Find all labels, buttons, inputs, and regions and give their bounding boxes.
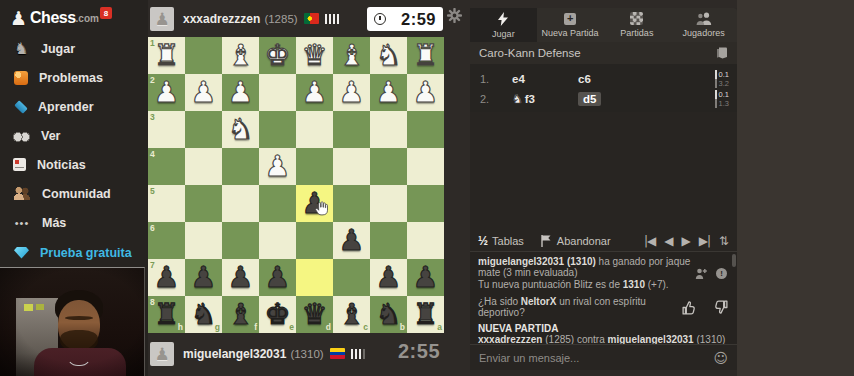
chat-area: miguelangel32031 (1310) ha ganado por ja…: [470, 251, 737, 344]
newspaper-icon: [13, 158, 26, 171]
logo-suffix: .com: [76, 13, 99, 24]
square-d7[interactable]: [296, 259, 333, 296]
black-pawn[interactable]: ♟: [265, 263, 291, 292]
file-label: f: [254, 322, 257, 332]
chat-bold: miguelangel32031: [608, 334, 694, 344]
white-rook[interactable]: ♜: [413, 41, 439, 70]
game-panel: Jugar + Nueva Partida Partidas Jugadores…: [470, 8, 737, 370]
board-grid-icon: [630, 12, 643, 25]
sidebar-item-prueba-gratuita[interactable]: Prueba gratuita: [0, 238, 148, 267]
move-white-nf3[interactable]: ♞ f3: [512, 92, 578, 106]
square-a7[interactable]: ♟: [407, 259, 444, 296]
chat-scrollbar[interactable]: [732, 254, 736, 267]
chat-message-rating: Tu nueva puntuación Blitz es de 1310 (+7…: [478, 279, 729, 290]
opponent-clock: 2:59: [367, 7, 443, 31]
square-c2[interactable]: ♟: [333, 74, 370, 111]
square-h8[interactable]: 8h♜: [148, 296, 185, 333]
white-pawn[interactable]: ♟: [265, 152, 291, 181]
connection-bars-icon: [325, 14, 340, 24]
black-king[interactable]: ♚: [265, 300, 291, 329]
logo-text: Chess: [30, 9, 76, 27]
sidebar-item-noticias[interactable]: Noticias: [0, 150, 148, 179]
flip-board-icon[interactable]: ⇅: [719, 234, 729, 248]
move-navigation: |◀ ◀ ▶ ▶| ⇅: [644, 234, 729, 248]
square-g2[interactable]: ♟: [185, 74, 222, 111]
black-bishop[interactable]: ♝: [339, 300, 365, 329]
message-input[interactable]: Enviar un mensaje...: [479, 352, 713, 364]
resign-button[interactable]: Abandonar: [540, 234, 611, 247]
current-move: d5: [578, 92, 601, 106]
square-c8[interactable]: c♝: [333, 296, 370, 333]
player-name[interactable]: miguelangel32031: [183, 347, 286, 361]
panel-tabs: Jugar + Nueva Partida Partidas Jugadores: [470, 8, 737, 42]
square-h1[interactable]: 1♜: [148, 37, 185, 74]
square-f4[interactable]: [222, 148, 259, 185]
square-a8[interactable]: a♜: [407, 296, 444, 333]
square-f5[interactable]: [222, 185, 259, 222]
add-friend-icon[interactable]: [695, 268, 707, 279]
player-bar: ♟ miguelangel32031 (1310) 2:55: [148, 340, 443, 367]
square-e4[interactable]: ♟: [259, 148, 296, 185]
opponent-rating: (1285): [264, 13, 297, 25]
file-label: e: [289, 322, 294, 332]
black-knight[interactable]: ♞: [376, 300, 402, 329]
white-knight[interactable]: ♞: [228, 115, 254, 144]
square-b1[interactable]: ♞: [370, 37, 407, 74]
file-label: g: [215, 322, 220, 332]
draw-button[interactable]: ½ Tablas: [478, 234, 524, 248]
square-a1[interactable]: ♜: [407, 37, 444, 74]
black-move-time: 1.3: [715, 99, 729, 108]
move-row-1: 1. e4 c6 0.1 3.2: [470, 69, 737, 89]
file-label: a: [437, 322, 442, 332]
square-c6[interactable]: ♟: [333, 222, 370, 259]
chat-input-bar: Enviar un mensaje... ☺: [470, 344, 737, 370]
chat-message-game-over: miguelangel32031 (1310) ha ganado por ja…: [478, 256, 700, 278]
square-b3[interactable]: [370, 111, 407, 148]
move-row-2: 2. ♞ f3 d5 0.1 1.3: [470, 89, 737, 109]
move-number: 1.: [480, 73, 512, 85]
move-black-d5[interactable]: d5: [578, 92, 644, 106]
white-pawn[interactable]: ♟: [376, 78, 402, 107]
square-a3[interactable]: [407, 111, 444, 148]
go-start-icon[interactable]: |◀: [644, 234, 655, 248]
chat-text: (1285) contra: [542, 334, 607, 344]
sidebar-item-label: Prueba gratuita: [40, 246, 132, 260]
black-queen[interactable]: ♛: [302, 300, 328, 329]
step-forward-icon[interactable]: ▶: [681, 234, 689, 248]
people-icon: [13, 187, 31, 200]
square-h3[interactable]: 3: [148, 111, 185, 148]
square-g7[interactable]: ♟: [185, 259, 222, 296]
sidebar-item-aprender[interactable]: Aprender: [0, 92, 148, 121]
square-g5[interactable]: [185, 185, 222, 222]
sportsmanship-question: ¿Ha sido NeltorX un rival con espíritu d…: [478, 296, 729, 318]
resign-label: Abandonar: [557, 235, 611, 247]
square-e5[interactable]: [259, 185, 296, 222]
half-point-icon: ½: [478, 234, 488, 248]
clock-icon: [374, 13, 386, 25]
square-f8[interactable]: f♝: [222, 296, 259, 333]
thumb-down-icon[interactable]: [713, 300, 729, 315]
square-g6[interactable]: [185, 222, 222, 259]
sidebar-item-label: Más: [42, 216, 66, 230]
square-a2[interactable]: ♟: [407, 74, 444, 111]
white-queen[interactable]: ♛: [302, 41, 328, 70]
white-move-time: 0.1: [715, 70, 729, 79]
game-controls: ½ Tablas Abandonar |◀ ◀ ▶ ▶| ⇅: [470, 230, 737, 251]
black-rook[interactable]: ♜: [154, 300, 180, 329]
square-a5[interactable]: [407, 185, 444, 222]
white-knight[interactable]: ♞: [376, 41, 402, 70]
black-pawn[interactable]: ♟: [302, 189, 328, 218]
chat-bold: 1310: [623, 279, 645, 290]
square-d6[interactable]: [296, 222, 333, 259]
rank-label: 5: [150, 186, 155, 196]
chat-message-icons: !: [695, 268, 727, 279]
player-rating: (1310): [290, 348, 323, 360]
page-background: [737, 0, 854, 376]
white-bishop[interactable]: ♝: [228, 41, 254, 70]
black-pawn[interactable]: ♟: [154, 263, 180, 292]
square-b6[interactable]: [370, 222, 407, 259]
square-h2[interactable]: 2♟: [148, 74, 185, 111]
player-avatar[interactable]: ♟: [150, 342, 174, 366]
square-c5[interactable]: [333, 185, 370, 222]
tab-nueva-partida[interactable]: + Nueva Partida: [537, 8, 604, 42]
rank-label: 6: [150, 223, 155, 233]
square-g8[interactable]: g♞: [185, 296, 222, 333]
emoji-icon[interactable]: ☺: [713, 351, 728, 365]
notification-badge[interactable]: 8: [100, 7, 112, 19]
ellipsis-icon: •••: [13, 217, 31, 229]
graduation-icon: [14, 100, 28, 114]
square-h6[interactable]: 6: [148, 222, 185, 259]
move-number: 2.: [480, 93, 512, 105]
square-b4[interactable]: [370, 148, 407, 185]
go-end-icon[interactable]: ▶|: [699, 234, 710, 248]
black-rook[interactable]: ♜: [413, 300, 439, 329]
white-pawn[interactable]: ♟: [228, 78, 254, 107]
white-pawn[interactable]: ♟: [339, 78, 365, 107]
puzzle-icon: [14, 71, 28, 85]
thumb-up-icon[interactable]: [681, 300, 697, 315]
square-c4[interactable]: [333, 148, 370, 185]
square-a4[interactable]: [407, 148, 444, 185]
book-icon[interactable]: [716, 47, 728, 59]
sidebar-item-mas[interactable]: ••• Más: [0, 208, 148, 237]
square-e2[interactable]: [259, 74, 296, 111]
sidebar-item-label: Noticias: [37, 158, 86, 172]
binoculars-icon: [13, 130, 30, 142]
square-b2[interactable]: ♟: [370, 74, 407, 111]
square-e3[interactable]: [259, 111, 296, 148]
file-label: d: [326, 322, 331, 332]
draw-label: Tablas: [492, 235, 524, 247]
square-g1[interactable]: [185, 37, 222, 74]
black-pawn[interactable]: ♟: [228, 263, 254, 292]
knight-icon: ♞: [13, 41, 30, 57]
venezuela-flag-icon: [330, 348, 345, 359]
chess-board[interactable]: 1♜♝♚♛♝♞♜2♟♟♟♟♟♟♟3♞4♟5♟6♟7♟♟♟♟♟♟8h♜g♞f♝e♚…: [148, 37, 444, 333]
square-d3[interactable]: [296, 111, 333, 148]
rank-label: 3: [150, 112, 155, 122]
webcam-video: [0, 267, 145, 376]
chat-text: Tu nueva puntuación Blitz es de: [478, 279, 623, 290]
square-c1[interactable]: ♝: [333, 37, 370, 74]
square-e8[interactable]: e♚: [259, 296, 296, 333]
chesscom-logo[interactable]: ♟ Chess .com 8: [0, 0, 148, 34]
square-h4[interactable]: 4: [148, 148, 185, 185]
chat-bold: miguelangel32031 (1310): [478, 256, 596, 267]
sidebar-item-label: Problemas: [39, 71, 103, 85]
move-list-empty-area: [470, 112, 737, 230]
white-pawn[interactable]: ♟: [413, 78, 439, 107]
move-list: 1. e4 c6 0.1 3.2 2. ♞ f3 d5 0.1 1.3: [470, 64, 737, 112]
square-d1[interactable]: ♛: [296, 37, 333, 74]
rank-label: 4: [150, 149, 155, 159]
square-h5[interactable]: 5: [148, 185, 185, 222]
opponent-clock-time: 2:59: [386, 10, 436, 29]
player-clock-time: 2:55: [398, 340, 440, 363]
feedback-buttons: [681, 300, 729, 315]
tab-label: Nueva Partida: [542, 28, 599, 38]
white-move-time: 0.1: [715, 90, 729, 99]
pawn-logo-icon: ♟: [10, 9, 27, 28]
black-pawn[interactable]: ♟: [339, 226, 365, 255]
file-label: h: [178, 322, 183, 332]
tab-jugar[interactable]: Jugar: [470, 8, 537, 42]
sidebar-item-label: Jugar: [41, 42, 75, 56]
square-e1[interactable]: ♚: [259, 37, 296, 74]
chat-bold: xxxadrezzzen: [478, 334, 542, 344]
rank-label: 7: [150, 260, 155, 270]
lightning-icon: [498, 12, 508, 26]
sidebar-item-label: Comunidad: [42, 187, 111, 201]
square-d8[interactable]: d♛: [296, 296, 333, 333]
file-label: c: [363, 322, 368, 332]
square-a6[interactable]: [407, 222, 444, 259]
square-d5[interactable]: ♟: [296, 185, 333, 222]
portugal-flag-icon: [304, 13, 319, 24]
black-pawn[interactable]: ♟: [191, 263, 217, 292]
rank-label: 1: [150, 38, 155, 48]
opponent-name[interactable]: xxxadrezzzen: [183, 12, 260, 26]
move-white-e4[interactable]: e4: [512, 73, 578, 85]
tab-jugadores[interactable]: Jugadores: [670, 8, 737, 42]
step-back-icon[interactable]: ◀: [664, 234, 672, 248]
square-f2[interactable]: ♟: [222, 74, 259, 111]
square-f3[interactable]: ♞: [222, 111, 259, 148]
black-knight[interactable]: ♞: [191, 300, 217, 329]
opponent-avatar[interactable]: ♟: [150, 7, 174, 31]
white-knight-icon: ♞: [512, 92, 523, 106]
tab-label: Jugar: [492, 29, 515, 39]
square-b7[interactable]: ♟: [370, 259, 407, 296]
square-f1[interactable]: ♝: [222, 37, 259, 74]
opening-name: Caro-Kann Defense: [479, 47, 716, 59]
square-h7[interactable]: 7♟: [148, 259, 185, 296]
tab-label: Partidas: [620, 28, 653, 38]
report-icon[interactable]: !: [716, 268, 727, 279]
square-c3[interactable]: [333, 111, 370, 148]
players-icon: [696, 12, 712, 25]
sidebar-item-problemas[interactable]: Problemas: [0, 63, 148, 92]
file-label: b: [400, 322, 405, 332]
move-times: 0.1 1.3: [715, 90, 729, 108]
white-pawn[interactable]: ♟: [154, 78, 180, 107]
white-pawn[interactable]: ♟: [191, 78, 217, 107]
opponent-player-bar: ♟ xxxadrezzzen (1285) 2:59: [148, 5, 443, 32]
connection-bars-icon: [351, 349, 366, 359]
sidebar-item-label: Aprender: [38, 100, 94, 114]
sidebar-item-jugar[interactable]: ♞ Jugar: [0, 34, 148, 63]
square-f7[interactable]: ♟: [222, 259, 259, 296]
move-black-c6[interactable]: c6: [578, 73, 644, 85]
sidebar-item-ver[interactable]: Ver: [0, 121, 148, 150]
chat-text: (+7).: [645, 279, 669, 290]
chat-message-pairing: xxxadrezzzen (1285) contra miguelangel32…: [478, 334, 729, 344]
square-d2[interactable]: ♟: [296, 74, 333, 111]
white-bishop[interactable]: ♝: [339, 41, 365, 70]
black-bishop[interactable]: ♝: [228, 300, 254, 329]
black-pawn[interactable]: ♟: [413, 263, 439, 292]
sidebar-item-comunidad[interactable]: Comunidad: [0, 179, 148, 208]
square-g3[interactable]: [185, 111, 222, 148]
rank-label: 2: [150, 75, 155, 85]
move-times: 0.1 3.2: [715, 70, 729, 88]
settings-gear-icon[interactable]: [447, 8, 462, 23]
square-f6[interactable]: [222, 222, 259, 259]
square-b5[interactable]: [370, 185, 407, 222]
white-pawn[interactable]: ♟: [302, 78, 328, 107]
new-game-heading: NUEVA PARTIDA: [478, 323, 729, 334]
square-c7[interactable]: [333, 259, 370, 296]
square-b8[interactable]: b♞: [370, 296, 407, 333]
flag-icon: [540, 234, 552, 247]
opening-row: Caro-Kann Defense: [470, 42, 737, 64]
sidebar-item-label: Ver: [41, 129, 60, 143]
white-rook[interactable]: ♜: [154, 41, 180, 70]
square-e6[interactable]: [259, 222, 296, 259]
white-king[interactable]: ♚: [265, 41, 291, 70]
square-d4[interactable]: [296, 148, 333, 185]
webcam-vignette: [0, 268, 144, 376]
black-pawn[interactable]: ♟: [376, 263, 402, 292]
square-e7[interactable]: ♟: [259, 259, 296, 296]
black-move-time: 3.2: [715, 79, 729, 88]
diamond-icon: [14, 247, 29, 259]
square-g4[interactable]: [185, 148, 222, 185]
tab-partidas[interactable]: Partidas: [604, 8, 671, 42]
rank-label: 8: [150, 297, 155, 307]
tab-label: Jugadores: [683, 28, 725, 38]
plus-square-icon: +: [564, 13, 576, 25]
chat-text-question: ¿Ha sido NeltorX un rival con espíritu d…: [478, 296, 667, 318]
move-text: f3: [525, 93, 535, 105]
